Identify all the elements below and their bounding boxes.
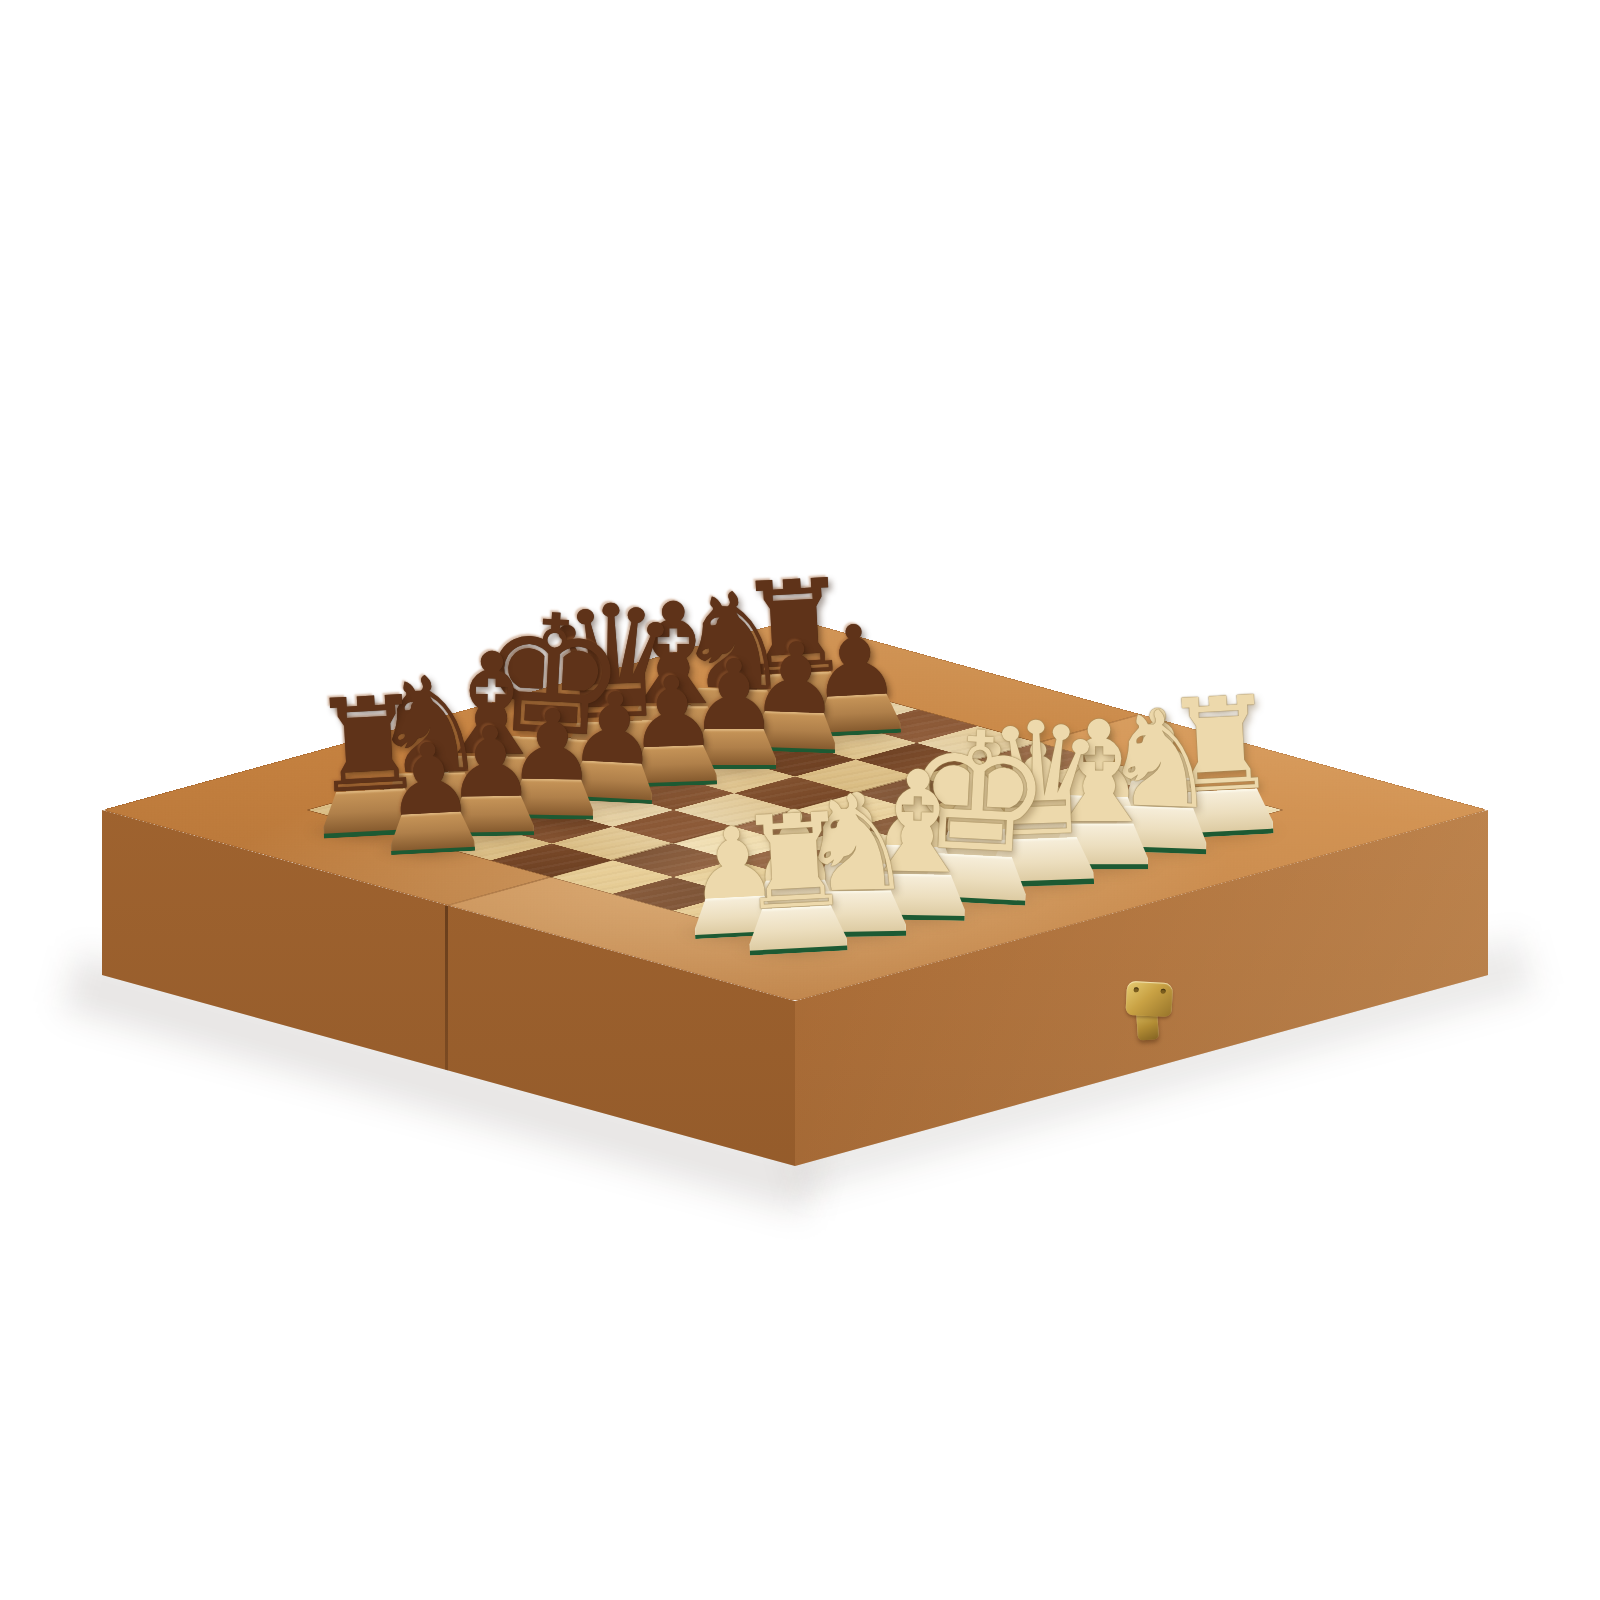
box-top-face [102, 619, 1488, 1001]
chessboard [309, 676, 1282, 944]
floor-shadow-left [62, 953, 820, 1213]
product-photo-scene: ♜♞♝♛♚♝♞♜♟♟♟♟♟♟♟♟♟♟♟♟♟♟♟♟♜♞♝♛♚♝♞♜ [0, 0, 1600, 1600]
clasp-plate [1125, 981, 1173, 1017]
box-fold-seam [445, 906, 448, 1072]
floor-shadow-right [788, 937, 1536, 1193]
brass-clasp [1125, 981, 1173, 1027]
